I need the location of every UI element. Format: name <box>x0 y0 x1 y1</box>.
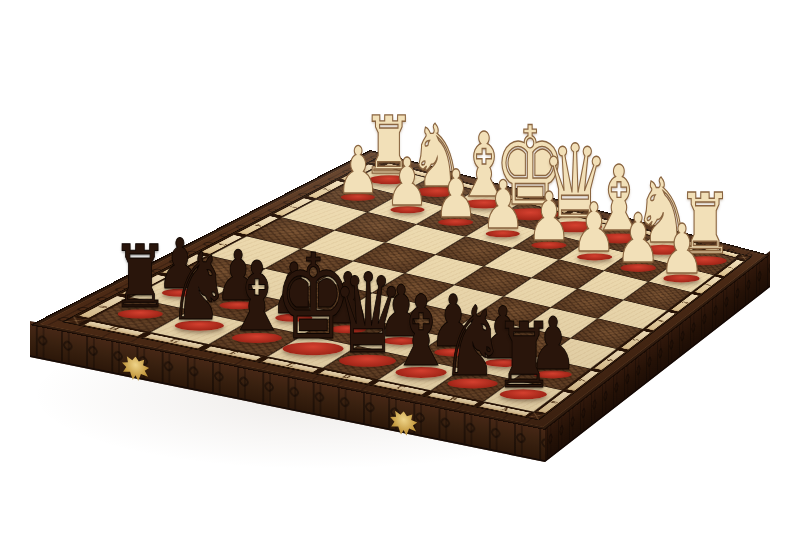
white-pawn-glyph: ♟ <box>385 150 429 216</box>
black-rook[interactable]: ♜ <box>483 311 564 402</box>
black-rook-glyph: ♜ <box>493 311 553 402</box>
white-pawn-glyph: ♟ <box>659 216 704 285</box>
white-pawn-glyph: ♟ <box>336 138 379 203</box>
white-pawn[interactable]: ♟ <box>651 216 712 285</box>
white-pawn-glyph: ♟ <box>434 161 478 227</box>
pieces-layer: ♜♞♝♚♛♝♞♜♟♟♟♟♟♟♟♟♟♟♟♟♟♟♟♟♜♞♝♚♛♝♞♜ <box>0 0 800 533</box>
chess-set-photo: HGFEDCBA HGFEDCBA 12345678 12345678 ♜♞♝♚… <box>0 0 800 533</box>
